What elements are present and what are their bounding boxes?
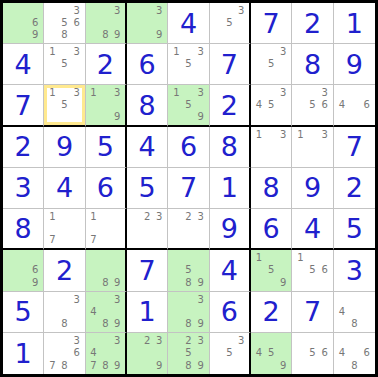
candidate-6 [111,223,123,235]
candidate-9 [319,276,331,288]
cell-r6c4[interactable]: 23 [127,209,168,250]
cell-r2c5[interactable]: 135 [168,44,209,85]
cell-r6c3[interactable]: 17 [86,209,127,250]
candidate-5: 5 [306,99,318,111]
candidate-3: 3 [195,87,207,99]
candidate-grid: 38 [46,294,82,330]
cell-r7c2[interactable]: 2 [44,250,85,291]
cell-r7c5[interactable]: 589 [168,250,209,291]
candidate-7 [129,29,141,41]
cell-r5c1[interactable]: 3 [3,168,44,209]
cell-r6c2[interactable]: 17 [44,209,85,250]
candidate-1 [129,5,141,17]
solved-digit: 6 [97,174,114,201]
candidate-8 [306,360,318,372]
candidate-1 [212,5,224,17]
candidate-3 [111,211,123,223]
candidate-2: 2 [141,211,153,223]
solved-digit: 2 [56,257,73,284]
cell-r3c3[interactable]: 139 [86,85,127,126]
solved-digit: 7 [263,10,280,37]
candidate-9 [361,318,373,330]
solved-digit: 8 [15,215,32,242]
candidate-9: 9 [111,276,123,288]
candidate-2 [265,46,277,58]
candidate-8 [58,111,70,123]
candidate-1 [170,252,182,264]
candidate-3: 3 [319,87,331,99]
candidate-3: 3 [111,5,123,17]
candidate-6 [111,99,123,111]
solved-digit: 4 [180,10,197,37]
candidate-4 [129,17,141,29]
candidate-9: 9 [277,276,289,288]
cell-r1c7[interactable]: 7 [251,3,292,44]
candidate-7 [88,111,100,123]
candidate-2 [99,87,111,99]
candidate-2 [141,5,153,17]
candidate-2 [99,335,111,347]
candidate-5 [99,99,111,111]
candidate-2 [265,252,277,264]
cell-r8c7[interactable]: 2 [251,292,292,333]
cell-r4c9[interactable]: 7 [334,127,375,168]
candidate-3 [29,252,41,264]
candidate-7 [129,235,141,247]
candidate-3: 3 [235,5,247,17]
candidate-6: 6 [71,17,83,29]
cell-r5c7[interactable]: 8 [251,168,292,209]
candidate-grid: 389 [88,5,123,41]
solved-digit: 8 [263,174,280,201]
candidate-9: 9 [277,360,289,372]
candidate-2 [306,87,318,99]
candidate-8: 8 [58,318,70,330]
candidate-8 [58,70,70,82]
cell-r5c2[interactable]: 4 [44,168,85,209]
candidate-5: 5 [265,264,277,276]
solved-digit: 7 [15,92,32,119]
cell-r9c3[interactable]: 34789 [86,333,127,374]
candidate-6 [153,347,165,359]
candidate-6 [195,306,207,318]
candidate-4 [253,58,265,70]
candidate-2 [99,211,111,223]
candidate-1 [88,294,100,306]
candidate-1: 1 [46,46,58,58]
candidate-4: 4 [88,347,100,359]
candidate-9: 9 [111,29,123,41]
solved-digit: 2 [304,10,321,37]
candidate-grid: 139 [88,87,123,122]
candidate-5 [141,347,153,359]
candidate-8 [17,29,29,41]
candidate-grid: 17 [88,211,123,246]
candidate-8 [17,276,29,288]
cell-r1c5[interactable]: 4 [168,3,209,44]
cell-r4c3[interactable]: 5 [86,127,127,168]
cell-r4c6[interactable]: 8 [210,127,251,168]
candidate-5 [99,17,111,29]
candidate-7 [88,29,100,41]
cell-r8c6[interactable]: 6 [210,292,251,333]
candidate-7: 7 [88,235,100,247]
candidate-2 [223,5,235,17]
cell-r5c3[interactable]: 6 [86,168,127,209]
candidate-1 [129,335,141,347]
candidate-7 [253,276,265,288]
cell-r9c2[interactable]: 3678 [44,333,85,374]
cell-r2c4[interactable]: 6 [127,44,168,85]
candidate-3: 3 [71,46,83,58]
cell-r3c7[interactable]: 345 [251,85,292,126]
candidate-2 [99,294,111,306]
cell-r1c9[interactable]: 1 [334,3,375,44]
candidate-9: 9 [195,360,207,372]
sudoku-board: 6935683893943572141352613573589713513981… [0,0,378,377]
candidate-grid: 3568 [46,5,82,41]
candidate-3: 3 [71,5,83,17]
candidate-7 [212,29,224,41]
candidate-5 [182,306,194,318]
candidate-1 [294,335,306,347]
candidate-3 [277,252,289,264]
candidate-2: 2 [182,335,194,347]
cell-r5c8[interactable]: 9 [292,168,333,209]
candidate-5 [99,223,111,235]
cell-r2c9[interactable]: 9 [334,44,375,85]
candidate-4 [212,347,224,359]
cell-r7c3[interactable]: 89 [86,250,127,291]
candidate-grid: 159 [253,252,289,288]
candidate-9: 9 [153,360,165,372]
candidate-grid: 89 [88,252,123,288]
candidate-grid: 23 [129,211,165,246]
cell-r1c8[interactable]: 2 [292,3,333,44]
candidate-9 [277,70,289,82]
cell-r1c2[interactable]: 3568 [44,3,85,44]
candidate-5: 5 [306,264,318,276]
candidate-1 [253,87,265,99]
candidate-5 [99,264,111,276]
candidate-1 [88,335,100,347]
candidate-9 [71,29,83,41]
cell-r5c9[interactable]: 2 [334,168,375,209]
candidate-2 [17,5,29,17]
candidate-4 [170,58,182,70]
candidate-5: 5 [58,17,70,29]
cell-r3c2[interactable]: 135 [44,85,85,126]
candidate-grid: 135 [170,46,206,82]
candidate-grid: 135 [46,87,82,122]
candidate-7 [46,70,58,82]
candidate-8 [265,276,277,288]
cell-r8c8[interactable]: 7 [292,292,333,333]
candidate-9 [319,111,331,123]
cell-r4c5[interactable]: 6 [168,127,209,168]
cell-r9c9[interactable]: 468 [334,333,375,374]
candidate-5 [348,347,360,359]
candidate-4 [170,99,182,111]
candidate-grid: 135 [46,46,82,82]
candidate-3: 3 [111,294,123,306]
cell-r2c3[interactable]: 2 [86,44,127,85]
cell-r3c9[interactable]: 46 [334,85,375,126]
candidate-1 [5,252,17,264]
candidate-grid: 23589 [170,335,206,372]
cell-r6c8[interactable]: 4 [292,209,333,250]
candidate-4 [5,264,17,276]
cell-r8c1[interactable]: 5 [3,292,44,333]
candidate-7 [170,276,182,288]
candidate-5: 5 [306,347,318,359]
candidate-4 [88,223,100,235]
candidate-9: 9 [29,29,41,41]
cell-r8c9[interactable]: 48 [334,292,375,333]
candidate-5: 5 [223,347,235,359]
cell-r8c2[interactable]: 38 [44,292,85,333]
candidate-8 [182,70,194,82]
candidate-2 [265,129,277,141]
candidate-7 [336,360,348,372]
candidate-6 [153,223,165,235]
candidate-7 [46,29,58,41]
candidate-8 [141,360,153,372]
cell-r2c7[interactable]: 35 [251,44,292,85]
candidate-4: 4 [336,306,348,318]
candidate-3: 3 [277,87,289,99]
cell-r7c4[interactable]: 7 [127,250,168,291]
candidate-2 [58,335,70,347]
cell-r3c8[interactable]: 356 [292,85,333,126]
cell-r6c1[interactable]: 8 [3,209,44,250]
candidate-6 [319,141,331,153]
candidate-9 [361,360,373,372]
candidate-1 [170,294,182,306]
candidate-2 [58,294,70,306]
candidate-6: 6 [29,264,41,276]
candidate-grid: 468 [336,335,373,372]
cell-r1c4[interactable]: 39 [127,3,168,44]
solved-digit: 2 [221,92,238,119]
candidate-4 [46,99,58,111]
candidate-7 [294,153,306,165]
cell-r7c6[interactable]: 4 [210,250,251,291]
candidate-6: 6 [361,99,373,111]
candidate-3: 3 [153,211,165,223]
candidate-3: 3 [71,87,83,99]
candidate-6: 6 [71,347,83,359]
candidate-1 [170,335,182,347]
candidate-grid: 17 [46,211,82,246]
cell-r6c9[interactable]: 5 [334,209,375,250]
candidate-6: 6 [361,347,373,359]
candidate-5 [99,347,111,359]
cell-r1c3[interactable]: 389 [86,3,127,44]
candidate-2 [223,335,235,347]
candidate-9: 9 [195,318,207,330]
cell-r8c5[interactable]: 389 [168,292,209,333]
candidate-1: 1 [170,46,182,58]
candidate-8 [265,153,277,165]
candidate-grid: 239 [129,335,165,372]
candidate-6 [195,347,207,359]
cell-r1c1[interactable]: 69 [3,3,44,44]
candidate-5: 5 [265,58,277,70]
cell-r4c7[interactable]: 13 [251,127,292,168]
cell-r4c4[interactable]: 4 [127,127,168,168]
candidate-5: 5 [182,58,194,70]
candidate-4 [212,17,224,29]
candidate-1: 1 [294,129,306,141]
candidate-8 [265,111,277,123]
cell-r3c5[interactable]: 1359 [168,85,209,126]
candidate-7 [253,360,265,372]
solved-digit: 6 [139,51,156,78]
cell-r1c6[interactable]: 35 [210,3,251,44]
candidate-6 [71,223,83,235]
cell-r7c8[interactable]: 156 [292,250,333,291]
candidate-grid: 35 [212,5,247,41]
cell-r9c1[interactable]: 1 [3,333,44,374]
candidate-4 [294,347,306,359]
candidate-9: 9 [111,318,123,330]
candidate-8 [223,29,235,41]
candidate-7 [336,318,348,330]
candidate-6 [71,99,83,111]
candidate-3: 3 [195,46,207,58]
solved-digit: 2 [15,133,32,160]
candidate-1 [5,5,17,17]
solved-digit: 3 [15,174,32,201]
solved-digit: 5 [139,174,156,201]
candidate-3: 3 [195,294,207,306]
cell-r6c5[interactable]: 23 [168,209,209,250]
candidate-5 [99,306,111,318]
candidate-2 [182,46,194,58]
candidate-6 [235,17,247,29]
candidate-7 [294,360,306,372]
candidate-7 [5,29,17,41]
candidate-9 [361,111,373,123]
candidate-4: 4 [336,347,348,359]
cell-r2c2[interactable]: 135 [44,44,85,85]
candidate-6: 6 [319,347,331,359]
cell-r9c8[interactable]: 56 [292,333,333,374]
candidate-8 [306,153,318,165]
candidate-2 [58,211,70,223]
candidate-1: 1 [46,87,58,99]
candidate-grid: 3678 [46,335,82,372]
candidate-3: 3 [319,129,331,141]
cell-r7c7[interactable]: 159 [251,250,292,291]
candidate-5: 5 [58,58,70,70]
candidate-8 [182,235,194,247]
candidate-1 [336,294,348,306]
candidate-9 [111,235,123,247]
candidate-7 [88,276,100,288]
candidate-4: 4 [253,347,265,359]
candidate-6 [71,58,83,70]
candidate-grid: 389 [170,294,206,330]
candidate-6 [195,264,207,276]
candidate-9 [195,70,207,82]
cell-r4c2[interactable]: 9 [44,127,85,168]
candidate-6 [277,347,289,359]
candidate-3 [277,335,289,347]
cell-r2c6[interactable]: 7 [210,44,251,85]
cell-r4c1[interactable]: 2 [3,127,44,168]
candidate-5: 5 [182,264,194,276]
candidate-8 [141,235,153,247]
cell-r5c5[interactable]: 7 [168,168,209,209]
cell-r2c1[interactable]: 4 [3,44,44,85]
candidate-5 [306,141,318,153]
solved-digit: 7 [180,174,197,201]
candidate-grid: 13 [294,129,330,165]
candidate-5: 5 [223,17,235,29]
solved-digit: 8 [221,133,238,160]
cell-r3c6[interactable]: 2 [210,85,251,126]
cell-r8c4[interactable]: 1 [127,292,168,333]
cell-r5c4[interactable]: 5 [127,168,168,209]
candidate-3 [319,335,331,347]
candidate-grid: 35 [212,335,247,372]
cell-r7c9[interactable]: 3 [334,250,375,291]
cell-r5c6[interactable]: 1 [210,168,251,209]
candidate-3 [71,211,83,223]
cell-r9c5[interactable]: 23589 [168,333,209,374]
candidate-grid: 35 [253,46,289,82]
candidate-7 [294,111,306,123]
solved-digit: 9 [346,51,363,78]
candidate-4 [88,264,100,276]
candidate-1: 1 [294,252,306,264]
solved-digit: 2 [263,298,280,325]
solved-digit: 7 [346,133,363,160]
candidate-7 [253,111,265,123]
candidate-6 [111,347,123,359]
candidate-grid: 156 [294,252,330,288]
cell-r6c7[interactable]: 6 [251,209,292,250]
cell-r9c7[interactable]: 459 [251,333,292,374]
candidate-2 [182,294,194,306]
candidate-7 [46,111,58,123]
cell-r3c1[interactable]: 7 [3,85,44,126]
candidate-grid: 48 [336,294,373,330]
candidate-8: 8 [58,29,70,41]
cell-r2c8[interactable]: 8 [292,44,333,85]
candidate-5 [348,306,360,318]
candidate-6 [235,347,247,359]
candidate-9: 9 [195,111,207,123]
candidate-4 [253,141,265,153]
cell-r9c6[interactable]: 35 [210,333,251,374]
cell-r3c4[interactable]: 8 [127,85,168,126]
cell-r4c8[interactable]: 13 [292,127,333,168]
solved-digit: 7 [139,257,156,284]
cell-r6c6[interactable]: 9 [210,209,251,250]
candidate-9 [71,318,83,330]
candidate-5: 5 [182,347,194,359]
cell-r9c4[interactable]: 239 [127,333,168,374]
candidate-9: 9 [111,111,123,123]
cell-r8c3[interactable]: 3489 [86,292,127,333]
candidate-grid: 46 [336,87,373,122]
cell-r7c1[interactable]: 69 [3,250,44,291]
candidate-9 [277,153,289,165]
candidate-8 [141,29,153,41]
